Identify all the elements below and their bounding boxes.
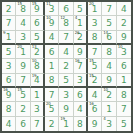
cell-r2c5[interactable]: 128 — [59, 16, 73, 30]
cell-digit: 3 — [77, 76, 83, 85]
cell-r2c3[interactable]: 6 — [31, 16, 45, 30]
cell-r8c7[interactable]: 166 — [88, 102, 102, 116]
cage-sum: 10 — [118, 45, 123, 49]
cell-r7c6[interactable]: 6 — [74, 88, 88, 102]
cell-r7c9[interactable]: 8 — [117, 88, 131, 102]
cell-digit: 5 — [34, 33, 40, 42]
cell-digit: 5 — [92, 62, 98, 71]
cage-sum: 19 — [32, 74, 37, 78]
cage-sum: 16 — [89, 102, 94, 106]
cell-digit: 1 — [63, 120, 69, 129]
cell-digit: 2 — [20, 105, 26, 114]
cell-r4c4[interactable]: 6 — [45, 45, 59, 59]
cell-digit: 5 — [49, 105, 55, 114]
cell-digit: 6 — [92, 105, 98, 114]
cell-digit: 9 — [92, 120, 98, 129]
cell-digit: 5 — [6, 48, 12, 57]
cell-r8c3[interactable]: 3 — [31, 102, 45, 116]
cell-r5c7[interactable]: 155 — [88, 59, 102, 73]
cell-r1c2[interactable]: 158 — [16, 2, 30, 16]
cell-r9c8[interactable]: 43 — [102, 117, 116, 131]
cell-digit: 3 — [92, 19, 98, 28]
cell-digit: 8 — [121, 91, 127, 100]
cell-r2c1[interactable]: 7 — [2, 16, 16, 30]
cell-r1c8[interactable]: 7 — [102, 2, 116, 16]
cage-sum: 10 — [103, 88, 108, 92]
cell-digit: 3 — [63, 91, 69, 100]
cell-r3c6[interactable]: 262 — [74, 31, 88, 45]
cell-r7c8[interactable]: 102 — [102, 88, 116, 102]
cell-r5c5[interactable]: 2 — [59, 59, 73, 73]
cell-digit: 7 — [121, 105, 127, 114]
cell-digit: 1 — [6, 33, 12, 42]
cell-digit: 1 — [49, 62, 55, 71]
cell-digit: 2 — [63, 62, 69, 71]
cell-r6c8[interactable]: 9 — [102, 74, 116, 88]
cell-r4c2[interactable]: 201 — [16, 45, 30, 59]
cage-sum: 16 — [3, 88, 8, 92]
cell-digit: 8 — [106, 48, 112, 57]
cell-digit: 7 — [63, 33, 69, 42]
cage-sum: 4 — [75, 16, 77, 20]
cage-sum: 15 — [17, 2, 22, 6]
cell-r1c3[interactable]: 159 — [31, 2, 45, 16]
cage-sum: 19 — [60, 117, 65, 121]
cell-r3c4[interactable]: 4 — [45, 31, 59, 45]
cell-r7c1[interactable]: 169 — [2, 88, 16, 102]
cell-digit: 7 — [6, 19, 12, 28]
cell-digit: 6 — [34, 19, 40, 28]
cell-r7c7[interactable]: 4 — [88, 88, 102, 102]
cell-r4c1[interactable]: 5 — [2, 45, 16, 59]
cell-digit: 6 — [49, 48, 55, 57]
cell-r1c6[interactable]: 5 — [74, 2, 88, 16]
cell-digit: 7 — [77, 62, 83, 71]
cell-r9c1[interactable]: 4 — [2, 117, 16, 131]
cell-r6c9[interactable]: 1 — [117, 74, 131, 88]
sudoku-board: 2158159113652017474610912841352913547262… — [0, 0, 133, 133]
cell-digit: 5 — [20, 91, 26, 100]
cell-digit: 3 — [49, 5, 55, 14]
cell-r7c5[interactable]: 3 — [59, 88, 73, 102]
cell-r6c1[interactable]: 6 — [2, 74, 16, 88]
cage-sum: 20 — [46, 102, 51, 106]
cage-sum: 15 — [89, 74, 94, 78]
cell-r9c2[interactable]: 6 — [16, 117, 30, 131]
cell-digit: 8 — [34, 62, 40, 71]
cell-r6c7[interactable]: 152 — [88, 74, 102, 88]
cell-digit: 3 — [6, 62, 12, 71]
cell-r8c2[interactable]: 2 — [16, 102, 30, 116]
cage-sum: 12 — [60, 16, 65, 20]
cell-digit: 5 — [63, 76, 69, 85]
cell-r3c2[interactable]: 3 — [16, 31, 30, 45]
cell-digit: 7 — [49, 91, 55, 100]
cage-sum: 11 — [46, 2, 51, 6]
cell-r7c2[interactable]: 155 — [16, 88, 30, 102]
cell-r3c9[interactable]: 9 — [117, 31, 131, 45]
cell-digit: 1 — [77, 19, 83, 28]
cell-r3c5[interactable]: 7 — [59, 31, 73, 45]
cell-digit: 9 — [63, 105, 69, 114]
cell-r4c5[interactable]: 4 — [59, 45, 73, 59]
cell-r2c8[interactable]: 5 — [102, 16, 116, 30]
cell-r8c6[interactable]: 4 — [74, 102, 88, 116]
cell-digit: 4 — [92, 91, 98, 100]
cell-r8c1[interactable]: 8 — [2, 102, 16, 116]
cell-digit: 9 — [106, 76, 112, 85]
cell-r8c4[interactable]: 205 — [45, 102, 59, 116]
cell-r2c9[interactable]: 2 — [117, 16, 131, 30]
cell-digit: 9 — [77, 48, 83, 57]
cell-r4c8[interactable]: 8 — [102, 45, 116, 59]
cell-r8c8[interactable]: 1 — [102, 102, 116, 116]
cell-digit: 7 — [20, 76, 26, 85]
cell-r3c3[interactable]: 5 — [31, 31, 45, 45]
cell-digit: 9 — [121, 33, 127, 42]
cell-digit: 4 — [63, 48, 69, 57]
cell-r9c7[interactable]: 9 — [88, 117, 102, 131]
cell-digit: 9 — [6, 91, 12, 100]
cell-r1c7[interactable]: 201 — [88, 2, 102, 16]
cell-r5c3[interactable]: 108 — [31, 59, 45, 73]
cage-sum: 13 — [32, 45, 37, 49]
cell-digit: 4 — [20, 19, 26, 28]
cell-r1c1[interactable]: 2 — [2, 2, 16, 16]
cell-digit: 3 — [34, 105, 40, 114]
cell-r7c3[interactable]: 1 — [31, 88, 45, 102]
cell-r5c2[interactable]: 9 — [16, 59, 30, 73]
cell-digit: 6 — [6, 76, 12, 85]
cell-r9c5[interactable]: 191 — [59, 117, 73, 131]
cage-sum: 9 — [3, 31, 5, 35]
cell-digit: 4 — [6, 120, 12, 129]
cage-sum: 20 — [17, 45, 22, 49]
cell-r2c7[interactable]: 3 — [88, 16, 102, 30]
cage-sum: 10 — [46, 16, 51, 20]
cell-digit: 2 — [106, 91, 112, 100]
cell-digit: 2 — [6, 5, 12, 14]
cage-sum: 4 — [103, 117, 105, 121]
cell-r3c1[interactable]: 91 — [2, 31, 16, 45]
cell-digit: 4 — [77, 105, 83, 114]
cell-r3c8[interactable]: 146 — [102, 31, 116, 45]
cell-r1c5[interactable]: 6 — [59, 2, 73, 16]
cell-digit: 6 — [121, 62, 127, 71]
cell-r6c6[interactable]: 3 — [74, 74, 88, 88]
cell-r2c6[interactable]: 41 — [74, 16, 88, 30]
cage-sum: 15 — [89, 59, 94, 63]
cell-digit: 4 — [49, 33, 55, 42]
cell-r8c9[interactable]: 7 — [117, 102, 131, 116]
cell-digit: 3 — [121, 48, 127, 57]
cell-r4c7[interactable]: 7 — [88, 45, 102, 59]
cell-r4c9[interactable]: 103 — [117, 45, 131, 59]
cell-digit: 5 — [106, 19, 112, 28]
cell-digit: 8 — [77, 120, 83, 129]
cell-digit: 8 — [6, 105, 12, 114]
cell-digit: 9 — [20, 62, 26, 71]
cell-r4c3[interactable]: 132 — [31, 45, 45, 59]
cell-r7c4[interactable]: 7 — [45, 88, 59, 102]
cell-digit: 6 — [77, 91, 83, 100]
cell-digit: 5 — [121, 120, 127, 129]
cell-r6c3[interactable]: 194 — [31, 74, 45, 88]
cell-r1c4[interactable]: 113 — [45, 2, 59, 16]
cell-r2c4[interactable]: 109 — [45, 16, 59, 30]
cell-digit: 7 — [34, 120, 40, 129]
cell-digit: 4 — [121, 5, 127, 14]
cell-digit: 1 — [121, 76, 127, 85]
cell-r5c9[interactable]: 6 — [117, 59, 131, 73]
cell-r2c2[interactable]: 4 — [16, 16, 30, 30]
cell-r3c7[interactable]: 8 — [88, 31, 102, 45]
cell-digit: 6 — [63, 5, 69, 14]
cell-digit: 8 — [63, 19, 69, 28]
cell-digit: 7 — [106, 5, 112, 14]
cell-digit: 4 — [106, 62, 112, 71]
cell-r8c5[interactable]: 9 — [59, 102, 73, 116]
cell-r6c4[interactable]: 8 — [45, 74, 59, 88]
cage-sum: 15 — [32, 2, 37, 6]
cell-digit: 8 — [20, 5, 26, 14]
cage-sum: 14 — [103, 31, 108, 35]
cell-digit: 8 — [49, 76, 55, 85]
cell-digit: 2 — [49, 120, 55, 129]
cage-sum: 15 — [17, 88, 22, 92]
cell-digit: 9 — [49, 19, 55, 28]
cell-digit: 5 — [77, 5, 83, 14]
cage-sum: 20 — [89, 2, 94, 6]
cell-r5c1[interactable]: 3 — [2, 59, 16, 73]
cell-r5c8[interactable]: 4 — [102, 59, 116, 73]
cell-r9c4[interactable]: 2 — [45, 117, 59, 131]
cell-digit: 9 — [34, 5, 40, 14]
cell-r6c5[interactable]: 5 — [59, 74, 73, 88]
cell-digit: 2 — [121, 19, 127, 28]
cell-r4c6[interactable]: 9 — [74, 45, 88, 59]
cell-r5c4[interactable]: 1 — [45, 59, 59, 73]
cell-r9c9[interactable]: 5 — [117, 117, 131, 131]
cell-digit: 8 — [92, 33, 98, 42]
cell-r9c6[interactable]: 8 — [74, 117, 88, 131]
cell-r5c6[interactable]: 167 — [74, 59, 88, 73]
cell-digit: 2 — [34, 48, 40, 57]
cell-digit: 1 — [20, 48, 26, 57]
cell-r9c3[interactable]: 7 — [31, 117, 45, 131]
cage-sum: 16 — [75, 59, 80, 63]
cell-digit: 1 — [92, 5, 98, 14]
cell-r6c2[interactable]: 7 — [16, 74, 30, 88]
cell-digit: 1 — [106, 105, 112, 114]
cell-digit: 1 — [34, 91, 40, 100]
cell-digit: 3 — [106, 120, 112, 129]
cell-digit: 7 — [92, 48, 98, 57]
cage-sum: 10 — [32, 59, 37, 63]
cell-digit: 6 — [20, 120, 26, 129]
cell-digit: 3 — [20, 33, 26, 42]
cage-sum: 26 — [75, 31, 80, 35]
cell-r1c9[interactable]: 4 — [117, 2, 131, 16]
